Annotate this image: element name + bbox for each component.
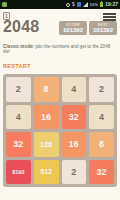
android-app-icon — [2, 2, 7, 7]
menu-bar — [103, 13, 116, 15]
tile-r2c3-32: 32 — [62, 105, 87, 130]
best-box: BEST 101392 — [89, 21, 117, 35]
alarm-icon — [66, 3, 70, 7]
tile-r3c3-16: 16 — [62, 132, 87, 157]
menu-icon[interactable] — [103, 13, 116, 21]
tile-r1c3-4: 4 — [62, 77, 87, 102]
clock-time: 19:27 — [105, 2, 118, 7]
tile-r2c4-4: 4 — [89, 105, 114, 130]
tile-r4c4-32: 32 — [89, 160, 114, 185]
battery-icon — [100, 2, 104, 8]
tile-r3c1-32: 32 — [6, 132, 31, 157]
restart-button[interactable]: RESTART — [3, 63, 31, 69]
tile-r1c2-8: 8 — [34, 77, 59, 102]
tile-r2c2-16: 16 — [34, 105, 59, 130]
tile-r4c1-8192: 8192 — [6, 160, 31, 185]
board[interactable]: 2842416324321281688192512232 — [3, 74, 117, 187]
menu-bar — [103, 16, 116, 18]
best-value: 101392 — [92, 27, 115, 34]
tile-r3c4-8: 8 — [89, 132, 114, 157]
status-bar: $ 51% 19:27 — [0, 0, 120, 9]
tile-r4c2-512: 512 — [34, 160, 59, 185]
battery-percent: 51% — [90, 3, 98, 7]
score-panel: SCORE 101392 BEST 101392 — [59, 21, 117, 35]
signal-icon — [83, 2, 88, 7]
score-value: 101392 — [62, 27, 85, 34]
page-title: 2048 — [3, 18, 39, 36]
tile-r2c1-4: 4 — [6, 105, 31, 130]
tile-r1c4-2: 2 — [89, 77, 114, 102]
mode-description: Classic mode: join the numbers and get t… — [3, 44, 117, 55]
dollar-icon: $ — [72, 2, 75, 7]
tile-r3c2-128: 128 — [34, 132, 59, 157]
score-box: SCORE 101392 — [59, 21, 87, 35]
bluetooth-icon — [77, 2, 81, 7]
tile-r1c1-2: 2 — [6, 77, 31, 102]
mode-name: Classic mode: — [3, 44, 34, 49]
tile-r4c3-2: 2 — [62, 160, 87, 185]
